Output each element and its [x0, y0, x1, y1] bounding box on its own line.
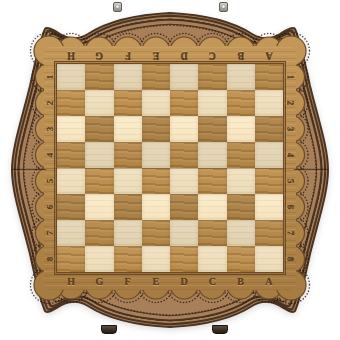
square-e1[interactable] — [142, 64, 170, 90]
square-c7[interactable] — [198, 220, 226, 246]
square-f1[interactable] — [114, 64, 142, 90]
square-b5[interactable] — [227, 168, 255, 194]
square-h6[interactable] — [57, 194, 85, 220]
square-e7[interactable] — [142, 220, 170, 246]
square-f7[interactable] — [114, 220, 142, 246]
square-a4[interactable] — [255, 142, 283, 168]
square-e2[interactable] — [142, 90, 170, 116]
square-d5[interactable] — [170, 168, 198, 194]
square-f3[interactable] — [114, 116, 142, 142]
square-d6[interactable] — [170, 194, 198, 220]
square-f5[interactable] — [114, 168, 142, 194]
square-c4[interactable] — [198, 142, 226, 168]
square-f8[interactable] — [114, 246, 142, 272]
square-h8[interactable] — [57, 246, 85, 272]
chess-board-grid — [57, 64, 283, 272]
square-g4[interactable] — [85, 142, 113, 168]
square-e5[interactable] — [142, 168, 170, 194]
square-c6[interactable] — [198, 194, 226, 220]
square-b3[interactable] — [227, 116, 255, 142]
square-e8[interactable] — [142, 246, 170, 272]
square-f4[interactable] — [114, 142, 142, 168]
square-a6[interactable] — [255, 194, 283, 220]
square-c5[interactable] — [198, 168, 226, 194]
square-f6[interactable] — [114, 194, 142, 220]
square-a3[interactable] — [255, 116, 283, 142]
square-h5[interactable] — [57, 168, 85, 194]
square-g2[interactable] — [85, 90, 113, 116]
square-g6[interactable] — [85, 194, 113, 220]
square-b8[interactable] — [227, 246, 255, 272]
carved-chess-box: HGFEDCBAHGFEDCBA1234567812345678 — [0, 0, 340, 340]
square-c2[interactable] — [198, 90, 226, 116]
square-b4[interactable] — [227, 142, 255, 168]
bottom-clasp-right — [212, 325, 228, 334]
square-b6[interactable] — [227, 194, 255, 220]
square-h4[interactable] — [57, 142, 85, 168]
square-a7[interactable] — [255, 220, 283, 246]
square-g5[interactable] — [85, 168, 113, 194]
square-g8[interactable] — [85, 246, 113, 272]
square-a5[interactable] — [255, 168, 283, 194]
square-g3[interactable] — [85, 116, 113, 142]
square-b7[interactable] — [227, 220, 255, 246]
square-a2[interactable] — [255, 90, 283, 116]
square-d2[interactable] — [170, 90, 198, 116]
square-d4[interactable] — [170, 142, 198, 168]
square-d7[interactable] — [170, 220, 198, 246]
square-b1[interactable] — [227, 64, 255, 90]
square-a8[interactable] — [255, 246, 283, 272]
square-f2[interactable] — [114, 90, 142, 116]
screw-icon — [116, 5, 119, 8]
square-g7[interactable] — [85, 220, 113, 246]
square-e4[interactable] — [142, 142, 170, 168]
top-hinge-right — [219, 2, 228, 12]
bottom-clasp-left — [101, 325, 117, 334]
square-c8[interactable] — [198, 246, 226, 272]
square-e6[interactable] — [142, 194, 170, 220]
square-g1[interactable] — [85, 64, 113, 90]
square-c1[interactable] — [198, 64, 226, 90]
square-a1[interactable] — [255, 64, 283, 90]
square-d1[interactable] — [170, 64, 198, 90]
square-h3[interactable] — [57, 116, 85, 142]
square-d8[interactable] — [170, 246, 198, 272]
square-d3[interactable] — [170, 116, 198, 142]
square-h2[interactable] — [57, 90, 85, 116]
square-h7[interactable] — [57, 220, 85, 246]
square-b2[interactable] — [227, 90, 255, 116]
square-c3[interactable] — [198, 116, 226, 142]
square-e3[interactable] — [142, 116, 170, 142]
screw-icon — [222, 5, 225, 8]
square-h1[interactable] — [57, 64, 85, 90]
top-hinge-left — [113, 2, 122, 12]
